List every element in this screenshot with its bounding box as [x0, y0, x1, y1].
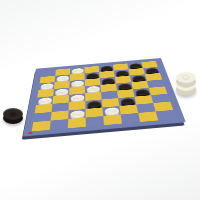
- board-grid: ⛀⛂⛂⛀⛂⛂⛂⛀⛀⛂⛂⛀⛀⛂⛀⛀⛂⛂⛂⛀⛀: [32, 61, 177, 132]
- spare-white-checker[interactable]: ⛀: [176, 71, 196, 83]
- perspective-wrapper: ⛀⛂⛂⛀⛂⛂⛂⛀⛀⛂⛂⛀⛀⛂⛀⛀⛂⛂⛂⛀⛀: [0, 0, 200, 200]
- board-square[interactable]: [86, 116, 104, 127]
- board-square[interactable]: [121, 113, 141, 124]
- board-square[interactable]: [103, 114, 122, 125]
- board-square[interactable]: [156, 110, 177, 120]
- board-square[interactable]: [50, 119, 68, 130]
- captured-black-checker[interactable]: ⛂: [3, 108, 23, 120]
- brand-logo-mark: [28, 132, 33, 134]
- product-photo-scene: ⛀⛂⛂⛀⛂⛂⛂⛀⛀⛂⛂⛀⛀⛂⛀⛀⛂⛂⛂⛀⛀ ⛂ ⛀⛀: [0, 0, 200, 200]
- black-checker-glyph: ⛂: [9, 108, 17, 120]
- board-square[interactable]: [68, 118, 86, 129]
- board-square[interactable]: [32, 121, 51, 132]
